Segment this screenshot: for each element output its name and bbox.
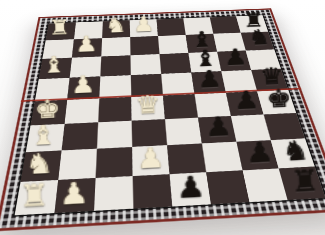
square-d7 xyxy=(221,70,257,93)
square-a4: ♟ xyxy=(129,19,157,37)
square-g5 xyxy=(167,143,206,174)
black-pawn-f6: ♟ xyxy=(200,112,236,142)
square-g4: ♟ xyxy=(132,145,169,176)
square-f1: ♝ xyxy=(25,123,64,151)
square-b2: ♟ xyxy=(71,38,101,58)
square-f7 xyxy=(230,114,270,141)
square-a7 xyxy=(209,16,240,34)
square-a8: ♜ xyxy=(236,15,268,32)
square-f4 xyxy=(131,119,166,147)
square-h3 xyxy=(93,176,132,211)
square-d8: ♛ xyxy=(251,68,288,90)
white-knight-a3: ♞ xyxy=(101,14,130,38)
black-rook-h8: ♜ xyxy=(285,164,325,198)
square-c3 xyxy=(100,55,131,76)
square-e7: ♟ xyxy=(225,91,263,116)
square-b5 xyxy=(158,34,188,53)
square-d1 xyxy=(34,77,69,100)
square-a2 xyxy=(74,21,103,39)
square-g1: ♞ xyxy=(20,150,61,181)
square-d4 xyxy=(130,73,162,96)
square-e1: ♚ xyxy=(30,99,67,125)
square-e4: ♛ xyxy=(131,95,165,120)
square-a6 xyxy=(183,17,213,35)
square-h1: ♜ xyxy=(14,179,58,214)
white-bishop-f1: ♝ xyxy=(25,120,61,151)
square-g8: ♞ xyxy=(270,138,314,168)
square-c2 xyxy=(69,56,101,77)
square-d6: ♟ xyxy=(191,71,226,94)
square-f5 xyxy=(164,117,201,145)
photo-scene: ♜♞♟♜♟♝♞♝♝♟♟♟♛♚♛♟♚♝♟♞♟♟♞♜♟♟♜ xyxy=(38,0,288,230)
square-g2 xyxy=(58,148,97,179)
square-f2 xyxy=(61,122,98,150)
square-e5 xyxy=(163,94,198,119)
square-c1: ♝ xyxy=(38,57,71,78)
square-h6 xyxy=(206,170,249,204)
square-b4 xyxy=(130,36,159,55)
square-b6: ♝ xyxy=(185,33,216,52)
square-a3: ♞ xyxy=(102,20,130,38)
square-d5 xyxy=(161,72,194,95)
square-f6: ♟ xyxy=(198,116,236,143)
square-c6: ♝ xyxy=(188,51,221,72)
square-h8: ♜ xyxy=(278,166,325,199)
white-rook-h1: ♜ xyxy=(14,178,54,213)
square-h5: ♟ xyxy=(169,172,210,206)
square-b3 xyxy=(101,37,130,56)
chess-board-grid: ♜♞♟♜♟♝♞♝♝♟♟♟♛♚♛♟♚♝♟♞♟♟♞♜♟♟♜ xyxy=(14,15,325,215)
square-g3 xyxy=(95,146,132,177)
square-f8 xyxy=(263,112,304,139)
white-pawn-h2: ♟ xyxy=(53,176,93,211)
square-e8: ♚ xyxy=(257,89,296,114)
board-perspective-tilt: ♜♞♟♜♟♝♞♝♝♟♟♟♛♚♛♟♚♝♟♞♟♟♞♜♟♟♜ xyxy=(0,8,325,231)
square-c5 xyxy=(159,53,191,74)
square-b1 xyxy=(42,39,74,59)
square-c8 xyxy=(245,49,280,70)
white-rook-a1: ♜ xyxy=(45,16,74,40)
square-d2: ♟ xyxy=(67,76,100,99)
black-rook-a8: ♜ xyxy=(239,8,267,31)
square-e2 xyxy=(64,98,99,124)
square-d3 xyxy=(99,75,131,98)
black-pawn-h5: ♟ xyxy=(170,170,210,204)
square-g6 xyxy=(201,141,242,171)
square-a1: ♜ xyxy=(45,22,75,40)
square-e3 xyxy=(98,96,132,121)
square-a5 xyxy=(156,18,185,36)
white-pawn-g4: ♟ xyxy=(131,142,169,174)
square-b8: ♞ xyxy=(240,31,273,50)
white-knight-g1: ♞ xyxy=(20,148,58,181)
white-pawn-a4: ♟ xyxy=(129,12,158,36)
square-c4 xyxy=(130,54,161,75)
square-h4 xyxy=(132,174,172,208)
square-h2: ♟ xyxy=(54,178,95,213)
black-knight-g8: ♞ xyxy=(276,135,314,167)
chess-board: ♜♞♟♜♟♝♞♝♝♟♟♟♛♚♛♟♚♝♟♞♟♟♞♜♟♟♜ xyxy=(0,8,325,231)
square-e6 xyxy=(194,92,230,117)
square-f3 xyxy=(96,120,131,148)
